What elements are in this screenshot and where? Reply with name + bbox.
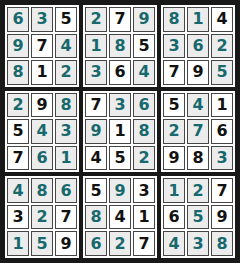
sudoku-cell-r6c5[interactable]: 5: [109, 146, 131, 171]
sudoku-cell-r4c8[interactable]: 4: [187, 93, 209, 118]
sudoku-cell-r8c8[interactable]: 5: [187, 205, 209, 230]
sudoku-cell-r2c2[interactable]: 7: [31, 34, 53, 59]
sudoku-cell-r4c6[interactable]: 6: [133, 93, 155, 118]
sudoku-box-8: 593841627: [81, 174, 159, 260]
sudoku-cell-r7c4[interactable]: 5: [85, 178, 107, 203]
sudoku-cell-r4c3[interactable]: 8: [55, 93, 77, 118]
sudoku-cell-r8c7[interactable]: 6: [163, 205, 185, 230]
sudoku-cell-r9c3[interactable]: 9: [55, 231, 77, 256]
sudoku-cell-r3c1[interactable]: 8: [7, 60, 29, 85]
sudoku-box-3: 814362795: [159, 3, 237, 89]
sudoku-cell-r2c6[interactable]: 5: [133, 34, 155, 59]
sudoku-cell-r2c4[interactable]: 1: [85, 34, 107, 59]
sudoku-cell-r6c2[interactable]: 6: [31, 146, 53, 171]
sudoku-cell-r6c7[interactable]: 9: [163, 146, 185, 171]
sudoku-cell-r2c9[interactable]: 2: [211, 34, 233, 59]
sudoku-cell-r2c1[interactable]: 9: [7, 34, 29, 59]
sudoku-cell-r4c4[interactable]: 7: [85, 93, 107, 118]
sudoku-cell-r5c4[interactable]: 9: [85, 119, 107, 144]
sudoku-cell-r6c1[interactable]: 7: [7, 146, 29, 171]
sudoku-cell-r2c8[interactable]: 6: [187, 34, 209, 59]
sudoku-cell-r9c6[interactable]: 7: [133, 231, 155, 256]
sudoku-cell-r7c6[interactable]: 3: [133, 178, 155, 203]
sudoku-cell-r7c9[interactable]: 7: [211, 178, 233, 203]
sudoku-cell-r9c8[interactable]: 3: [187, 231, 209, 256]
sudoku-cell-r8c3[interactable]: 7: [55, 205, 77, 230]
sudoku-cell-r7c8[interactable]: 2: [187, 178, 209, 203]
sudoku-cell-r8c9[interactable]: 9: [211, 205, 233, 230]
sudoku-cell-r1c4[interactable]: 2: [85, 7, 107, 32]
sudoku-cell-r1c8[interactable]: 1: [187, 7, 209, 32]
sudoku-cell-r3c2[interactable]: 1: [31, 60, 53, 85]
sudoku-cell-r5c3[interactable]: 3: [55, 119, 77, 144]
sudoku-cell-r3c6[interactable]: 4: [133, 60, 155, 85]
sudoku-cell-r7c3[interactable]: 6: [55, 178, 77, 203]
sudoku-cell-r8c5[interactable]: 4: [109, 205, 131, 230]
sudoku-cell-r4c7[interactable]: 5: [163, 93, 185, 118]
sudoku-cell-r8c4[interactable]: 8: [85, 205, 107, 230]
sudoku-cell-r6c3[interactable]: 1: [55, 146, 77, 171]
sudoku-cell-r7c5[interactable]: 9: [109, 178, 131, 203]
sudoku-cell-r9c2[interactable]: 5: [31, 231, 53, 256]
sudoku-cell-r9c9[interactable]: 8: [211, 231, 233, 256]
sudoku-box-7: 486327159: [3, 174, 81, 260]
sudoku-cell-r1c6[interactable]: 9: [133, 7, 155, 32]
sudoku-cell-r3c5[interactable]: 6: [109, 60, 131, 85]
sudoku-cell-r5c5[interactable]: 1: [109, 119, 131, 144]
sudoku-cell-r1c7[interactable]: 8: [163, 7, 185, 32]
sudoku-box-1: 635974812: [3, 3, 81, 89]
sudoku-cell-r5c1[interactable]: 5: [7, 119, 29, 144]
sudoku-cell-r4c5[interactable]: 3: [109, 93, 131, 118]
sudoku-cell-r2c3[interactable]: 4: [55, 34, 77, 59]
sudoku-cell-r1c2[interactable]: 3: [31, 7, 53, 32]
sudoku-cell-r5c8[interactable]: 7: [187, 119, 209, 144]
sudoku-cell-r6c4[interactable]: 4: [85, 146, 107, 171]
sudoku-box-2: 279185364: [81, 3, 159, 89]
sudoku-cell-r3c3[interactable]: 2: [55, 60, 77, 85]
sudoku-cell-r2c5[interactable]: 8: [109, 34, 131, 59]
sudoku-board: 6359748122791853648143627952985437617369…: [0, 0, 240, 263]
sudoku-cell-r3c4[interactable]: 3: [85, 60, 107, 85]
sudoku-cell-r2c7[interactable]: 3: [163, 34, 185, 59]
sudoku-cell-r9c1[interactable]: 1: [7, 231, 29, 256]
sudoku-cell-r5c6[interactable]: 8: [133, 119, 155, 144]
sudoku-cell-r7c1[interactable]: 4: [7, 178, 29, 203]
sudoku-cell-r6c8[interactable]: 8: [187, 146, 209, 171]
sudoku-cell-r8c2[interactable]: 2: [31, 205, 53, 230]
sudoku-cell-r1c1[interactable]: 6: [7, 7, 29, 32]
sudoku-cell-r9c5[interactable]: 2: [109, 231, 131, 256]
sudoku-cell-r9c7[interactable]: 4: [163, 231, 185, 256]
sudoku-cell-r4c1[interactable]: 2: [7, 93, 29, 118]
sudoku-cell-r4c9[interactable]: 1: [211, 93, 233, 118]
sudoku-cell-r1c5[interactable]: 7: [109, 7, 131, 32]
sudoku-cell-r8c6[interactable]: 1: [133, 205, 155, 230]
sudoku-cell-r8c1[interactable]: 3: [7, 205, 29, 230]
sudoku-cell-r7c2[interactable]: 8: [31, 178, 53, 203]
sudoku-box-6: 541276983: [159, 89, 237, 175]
sudoku-cell-r4c2[interactable]: 9: [31, 93, 53, 118]
sudoku-box-4: 298543761: [3, 89, 81, 175]
sudoku-cell-r3c7[interactable]: 7: [163, 60, 185, 85]
sudoku-cell-r6c6[interactable]: 2: [133, 146, 155, 171]
sudoku-cell-r5c2[interactable]: 4: [31, 119, 53, 144]
sudoku-cell-r1c9[interactable]: 4: [211, 7, 233, 32]
sudoku-cell-r5c9[interactable]: 6: [211, 119, 233, 144]
sudoku-box-9: 127659438: [159, 174, 237, 260]
sudoku-cell-r3c9[interactable]: 5: [211, 60, 233, 85]
sudoku-cell-r1c3[interactable]: 5: [55, 7, 77, 32]
sudoku-box-5: 736918452: [81, 89, 159, 175]
sudoku-cell-r9c4[interactable]: 6: [85, 231, 107, 256]
sudoku-cell-r7c7[interactable]: 1: [163, 178, 185, 203]
sudoku-cell-r3c8[interactable]: 9: [187, 60, 209, 85]
sudoku-cell-r6c9[interactable]: 3: [211, 146, 233, 171]
sudoku-cell-r5c7[interactable]: 2: [163, 119, 185, 144]
